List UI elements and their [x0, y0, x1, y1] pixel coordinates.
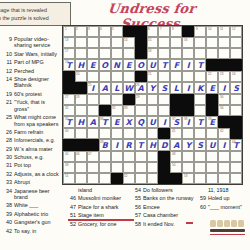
grid-cell[interactable]: 13	[63, 37, 75, 48]
grid-cell[interactable]: 49	[63, 162, 75, 173]
grid-cell[interactable]: 4	[99, 26, 111, 37]
grid-cell[interactable]: 22	[206, 71, 218, 82]
grid-cell[interactable]	[147, 105, 159, 116]
grid-cell	[206, 105, 218, 116]
clue-text: Do followers	[143, 187, 195, 193]
grid-cell[interactable]	[194, 105, 206, 116]
grid-cell[interactable]: T	[194, 116, 206, 128]
grid-cell[interactable]: 16	[182, 37, 194, 48]
grid-cell[interactable]: 46	[75, 151, 87, 162]
grid-cell[interactable]: D	[158, 139, 170, 151]
grid-cell[interactable]	[135, 151, 147, 162]
grid-cell[interactable]: 42	[218, 128, 230, 139]
clue-number: 10	[2, 51, 14, 57]
grid-cell[interactable]	[111, 128, 123, 139]
grid-cell[interactable]	[75, 105, 87, 116]
clue-item: 34Japanese beer brand	[2, 188, 61, 201]
grid-cell[interactable]: 2	[75, 26, 87, 37]
cell-number: 36	[100, 117, 103, 120]
grid-cell[interactable]	[218, 162, 230, 173]
grid-cell[interactable]	[99, 173, 111, 184]
grid-cell[interactable]	[158, 37, 170, 48]
grid-cell[interactable]: 52	[123, 173, 135, 184]
grid-cell[interactable]	[147, 162, 159, 173]
grid-cell[interactable]: H	[75, 116, 87, 128]
clue-item: 55Banks on the runway	[131, 195, 195, 201]
clue-item: 1960's protest	[2, 91, 61, 97]
grid-cell[interactable]: 26A	[135, 82, 147, 94]
cell-number: 50	[172, 163, 175, 166]
cell-number: 26	[136, 83, 139, 86]
cell-number: 45	[65, 152, 68, 155]
grid-cell[interactable]	[194, 162, 206, 173]
grid-cell[interactable]	[123, 128, 135, 139]
grid-cell[interactable]	[147, 151, 159, 162]
grid-cell[interactable]	[194, 151, 206, 162]
grid-cell[interactable]	[87, 105, 99, 116]
grid-cell[interactable]: 8	[170, 26, 182, 37]
grid-cell[interactable]	[123, 48, 135, 59]
clue-item: 51Stage item	[66, 212, 128, 218]
cell-number: 39	[208, 117, 211, 120]
grid-cell	[170, 173, 182, 184]
clue-item: 12Perched	[2, 68, 61, 74]
grid-cell[interactable]	[182, 71, 194, 82]
grid-cell[interactable]	[230, 151, 242, 162]
grid-cell[interactable]: 40	[63, 128, 75, 139]
grid-cell[interactable]	[123, 151, 135, 162]
filled-letter: I	[187, 83, 190, 93]
grid-cell	[182, 105, 194, 116]
grid-cell[interactable]: X	[123, 116, 135, 128]
clue-number: 25	[2, 114, 14, 127]
grid-cell[interactable]: H	[75, 59, 87, 71]
grid-cell[interactable]: 37S	[170, 116, 182, 128]
grid-cell[interactable]: L	[170, 82, 182, 94]
grid-cell[interactable]: 17	[63, 48, 75, 59]
grid-cell[interactable]	[111, 48, 123, 59]
filled-letter: E	[114, 117, 119, 127]
grid-cell[interactable]	[194, 128, 206, 139]
grid-cell	[170, 105, 182, 116]
grid-cell[interactable]: 32	[111, 105, 123, 116]
grid-cell[interactable]: H	[147, 139, 159, 151]
clue-text: "___ moment"	[208, 204, 250, 210]
clue-number: 55	[131, 195, 143, 201]
clue-item: island	[66, 187, 128, 193]
grid-cell[interactable]	[230, 162, 242, 173]
clue-list-left: 9Popular video-sharing service10Star War…	[2, 36, 61, 236]
grid-cell[interactable]	[158, 94, 170, 105]
grid-cell[interactable]: T	[158, 59, 170, 71]
grid-cell[interactable]	[99, 151, 111, 162]
grid-cell[interactable]	[182, 162, 194, 173]
grid-cell[interactable]	[158, 71, 170, 82]
grid-cell[interactable]	[147, 128, 159, 139]
grid-cell[interactable]	[87, 94, 99, 105]
grid-cell[interactable]	[87, 128, 99, 139]
clue-text: Abrupt	[14, 179, 61, 185]
grid-cell[interactable]	[158, 48, 170, 59]
cell-number: 16	[184, 38, 187, 41]
grid-cell[interactable]: 18	[147, 48, 159, 59]
grid-cell[interactable]	[206, 151, 218, 162]
clue-item: 54Do followers	[131, 187, 195, 193]
grid-cell[interactable]: 48	[170, 151, 182, 162]
grid-cell[interactable]	[194, 71, 206, 82]
grid-cell[interactable]: S	[158, 82, 170, 94]
grid-cell[interactable]: O	[99, 59, 111, 71]
grid-cell[interactable]: E	[87, 59, 99, 71]
cell-number: 42	[220, 129, 223, 132]
filled-letter: S	[197, 140, 203, 150]
grid-cell	[158, 128, 170, 139]
cell-number: 13	[65, 38, 68, 41]
clue-item: 39Alphabetic trio	[2, 211, 61, 217]
grid-cell[interactable]	[135, 162, 147, 173]
grid-cell[interactable]: 19T	[63, 59, 75, 71]
grid-cell[interactable]	[218, 37, 230, 48]
grid-cell	[135, 26, 147, 37]
grid-cell[interactable]: I	[111, 139, 123, 151]
grid-cell[interactable]: U	[147, 59, 159, 71]
filled-letter: Y	[185, 140, 191, 150]
grid-cell[interactable]	[135, 128, 147, 139]
grid-cell[interactable]: T	[194, 59, 206, 71]
cell-number: 44	[232, 140, 235, 143]
grid-cell[interactable]: Y	[147, 82, 159, 94]
filled-letter: E	[209, 83, 214, 93]
cell-number: 37	[172, 117, 175, 120]
cell-number: 41	[172, 129, 175, 132]
clue-number: 34	[2, 188, 14, 201]
filled-letter: A	[173, 140, 179, 150]
grid-cell[interactable]: U	[206, 139, 218, 151]
clue-text: "Yuck, that is gross"	[14, 99, 61, 112]
grid-cell[interactable]: R	[123, 139, 135, 151]
cell-number: 11	[220, 27, 223, 30]
clue-number: 57	[131, 212, 143, 218]
grid-cell[interactable]: 34	[218, 105, 230, 116]
grid-cell[interactable]	[230, 48, 242, 59]
grid-cell[interactable]: 38I	[182, 116, 194, 128]
grid-cell[interactable]: 41	[170, 128, 182, 139]
clue-text: island	[78, 187, 128, 193]
cell-number: 29	[136, 95, 139, 98]
grid-cell	[218, 59, 230, 71]
grid-cell[interactable]: L	[111, 82, 123, 94]
cell-number: 12	[232, 27, 235, 30]
clue-number: 59	[196, 195, 208, 201]
grid-cell[interactable]: 35T	[63, 116, 75, 128]
grid-cell[interactable]	[147, 94, 159, 105]
grid-cell[interactable]	[206, 37, 218, 48]
grid-cell[interactable]: 27	[63, 94, 75, 105]
grid-cell	[206, 59, 218, 71]
clue-number: 12	[2, 68, 14, 74]
grid-cell[interactable]: 39E	[206, 116, 218, 128]
clue-number: 38	[2, 202, 14, 208]
grid-cell[interactable]: T	[135, 139, 147, 151]
clue-item: 57Casa chamber	[131, 212, 195, 218]
grid-cell[interactable]	[87, 37, 99, 48]
clue-text: Banks on the runway	[143, 195, 195, 201]
filled-letter: L	[174, 83, 179, 93]
clue-number: 26	[2, 129, 14, 135]
clue-number: 31	[2, 162, 14, 168]
filled-letter: T	[162, 60, 167, 70]
grid-cell[interactable]: I	[218, 139, 230, 151]
filled-letter: D	[161, 140, 168, 150]
grid-cell[interactable]	[158, 105, 170, 116]
grid-cell	[63, 82, 75, 94]
grid-cell[interactable]: 24	[230, 71, 242, 82]
grid-cell[interactable]: O	[135, 59, 147, 71]
grid-cell[interactable]	[87, 71, 99, 82]
filled-letter: H	[78, 60, 85, 70]
grid-cell[interactable]	[123, 162, 135, 173]
cell-number: 35	[65, 117, 68, 120]
grid-cell[interactable]	[194, 94, 206, 105]
clue-number: 19	[2, 91, 14, 97]
grid-cell[interactable]: 28	[75, 94, 87, 105]
grid-cell[interactable]	[147, 173, 159, 184]
grid-cell[interactable]	[111, 71, 123, 82]
grid-cell[interactable]	[206, 162, 218, 173]
clue-text: 60's protest	[14, 91, 61, 97]
grid-cell[interactable]: F	[170, 59, 182, 71]
filled-letter: Q	[137, 117, 144, 127]
filled-letter: F	[174, 60, 179, 70]
grid-cell[interactable]	[218, 151, 230, 162]
grid-cell[interactable]: A	[170, 139, 182, 151]
clue-text: Schuss, e.g.	[14, 154, 61, 160]
grid-cell[interactable]: 47	[87, 151, 99, 162]
clue-item: 60"___ moment"	[196, 204, 250, 210]
grid-cell[interactable]: K	[194, 82, 206, 94]
grid-cell[interactable]	[194, 173, 206, 184]
grid-cell[interactable]: 31	[63, 105, 75, 116]
grid-cell[interactable]: Q	[135, 116, 147, 128]
grid-cell[interactable]	[206, 48, 218, 59]
grid-cell	[158, 162, 170, 173]
grid-cell[interactable]	[182, 48, 194, 59]
grid-cell[interactable]	[230, 94, 242, 105]
cell-number: 38	[184, 117, 187, 120]
grid-cell[interactable]	[111, 94, 123, 105]
clue-list-bottom-3: 11, 191859Holed up60"___ moment"	[196, 187, 250, 212]
grid-cell[interactable]: I	[218, 82, 230, 94]
filled-letter: O	[137, 60, 144, 70]
grid-cell[interactable]	[111, 37, 123, 48]
clue-item: 33Abrupt	[2, 179, 61, 185]
grid-cell[interactable]: 9	[194, 26, 206, 37]
grid-cell[interactable]: U	[147, 116, 159, 128]
grid-cell[interactable]	[99, 162, 111, 173]
grid-cell[interactable]: A	[99, 82, 111, 94]
cell-number: 40	[65, 129, 68, 132]
grid-cell[interactable]	[182, 128, 194, 139]
grid-cell[interactable]: 14	[123, 37, 135, 48]
grid-cell[interactable]: 29	[135, 94, 147, 105]
grid-cell[interactable]: 6	[147, 26, 159, 37]
clue-text: Gangster's gun	[14, 219, 61, 225]
grid-cell[interactable]: 53	[182, 173, 194, 184]
grid-cell[interactable]: 33	[123, 105, 135, 116]
grid-cell	[123, 94, 135, 105]
grid-cell[interactable]	[135, 105, 147, 116]
crossword-grid: 12345678910111213141516171819THEONEOUTFI…	[62, 25, 243, 185]
grid-cell[interactable]: I	[182, 82, 194, 94]
cell-number: 25	[88, 83, 91, 86]
grid-cell	[230, 116, 242, 128]
grid-cell[interactable]: 50	[170, 162, 182, 173]
clue-text: Adjusts, as a clock	[14, 171, 61, 177]
grid-cell[interactable]: I	[158, 116, 170, 128]
grid-cell[interactable]: 21	[147, 71, 159, 82]
clue-item: 42To say, in	[2, 228, 61, 234]
grid-cell[interactable]	[75, 173, 87, 184]
grid-cell[interactable]: E	[123, 59, 135, 71]
grid-cell	[123, 26, 135, 37]
grid-cell[interactable]	[87, 162, 99, 173]
grid-cell[interactable]: 43B	[99, 139, 111, 151]
cell-number: 22	[208, 72, 211, 75]
filled-letter: S	[233, 83, 239, 93]
cell-number: 14	[124, 38, 127, 41]
clue-number: 47	[66, 204, 78, 210]
grid-cell	[75, 82, 87, 94]
grid-cell[interactable]: 10	[206, 26, 218, 37]
grid-cell	[218, 116, 230, 128]
grid-cell[interactable]	[75, 37, 87, 48]
clue-item: 11, 1918	[196, 187, 250, 193]
grid-cell[interactable]	[87, 173, 99, 184]
grid-cell[interactable]: N	[111, 59, 123, 71]
grid-cell[interactable]: W	[123, 82, 135, 94]
grid-cell[interactable]	[194, 37, 206, 48]
grid-cell[interactable]: 15	[147, 37, 159, 48]
clue-number: 40	[2, 219, 14, 225]
grid-cell[interactable]	[99, 48, 111, 59]
grid-cell[interactable]	[123, 71, 135, 82]
grid-cell[interactable]: 1	[63, 26, 75, 37]
filled-letter: A	[102, 83, 108, 93]
filled-letter: L	[114, 83, 119, 93]
clue-item: 26Farm refrain	[2, 129, 61, 135]
grid-cell[interactable]	[111, 151, 123, 162]
grid-cell[interactable]	[99, 94, 111, 105]
grid-cell[interactable]: S	[194, 139, 206, 151]
grid-cell[interactable]: 51	[63, 173, 75, 184]
filled-letter: Y	[150, 83, 156, 93]
cell-number: 53	[184, 174, 187, 177]
clue-text: Shoe designer Blahnik	[14, 76, 61, 89]
clue-number: 42	[2, 228, 14, 234]
grid-cell[interactable]	[111, 162, 123, 173]
clue-item: 21"Yuck, that is gross"	[2, 99, 61, 112]
clue-item: 28Infomercials, e.g.	[2, 137, 61, 143]
grid-cell[interactable]	[170, 37, 182, 48]
grid-cell[interactable]: I	[182, 59, 194, 71]
grid-cell	[182, 26, 194, 37]
clue-number: 14	[2, 76, 14, 89]
filled-letter: U	[149, 60, 156, 70]
cell-number: 7	[160, 27, 162, 30]
clue-text: What might come from spa speakers	[14, 114, 61, 127]
grid-cell[interactable]	[75, 48, 87, 59]
grid-cell[interactable]: E	[111, 116, 123, 128]
grid-cell[interactable]	[206, 128, 218, 139]
grid-cell[interactable]	[87, 48, 99, 59]
grid-cell[interactable]	[170, 71, 182, 82]
grid-cell[interactable]	[182, 151, 194, 162]
grid-cell[interactable]: Y	[182, 139, 194, 151]
cell-number: 51	[65, 174, 68, 177]
publisher-logo-text	[210, 229, 245, 232]
grid-cell[interactable]	[99, 128, 111, 139]
grid-cell[interactable]	[99, 71, 111, 82]
grid-cell	[87, 139, 99, 151]
grid-cell[interactable]	[75, 162, 87, 173]
grid-cell[interactable]	[75, 128, 87, 139]
grid-cell[interactable]: 45	[63, 151, 75, 162]
grid-cell[interactable]	[99, 37, 111, 48]
clue-number: 54	[131, 187, 143, 193]
clue-text: Popular video-sharing service	[14, 36, 61, 49]
cell-number: 9	[196, 27, 198, 30]
grid-cell[interactable]	[218, 173, 230, 184]
grid-cell[interactable]	[230, 173, 242, 184]
grid-cell[interactable]: A	[87, 116, 99, 128]
grid-cell[interactable]: 23	[218, 71, 230, 82]
grid-cell[interactable]: 12	[230, 26, 242, 37]
grid-cell[interactable]: 36T	[99, 116, 111, 128]
clue-text: Part of MPG	[14, 59, 61, 65]
grid-cell[interactable]	[135, 173, 147, 184]
clue-number: 29	[2, 146, 14, 152]
grid-cell[interactable]	[230, 37, 242, 48]
grid-cell[interactable]: 7	[158, 26, 170, 37]
grid-cell[interactable]: 30	[218, 94, 230, 105]
grid-cell[interactable]	[194, 48, 206, 59]
grid-cell[interactable]: 44T	[230, 139, 242, 151]
note-line-2: n the puzzle is solved	[0, 14, 68, 22]
grid-cell[interactable]	[170, 48, 182, 59]
clue-number	[196, 187, 208, 193]
grid-cell[interactable]: 5	[111, 26, 123, 37]
grid-cell[interactable]	[230, 105, 242, 116]
grid-cell[interactable]: E	[206, 82, 218, 94]
clue-item: 47Place for a shark	[66, 204, 128, 210]
grid-cell[interactable]: 11	[218, 26, 230, 37]
cell-number: 23	[220, 72, 223, 75]
clue-number: 32	[2, 171, 14, 177]
cell-number: 21	[148, 72, 151, 75]
clue-item: 46Mussolini moniker	[66, 195, 128, 201]
grid-cell[interactable]	[206, 173, 218, 184]
grid-cell[interactable]: 20	[75, 71, 87, 82]
cell-number: 49	[65, 163, 68, 166]
clue-number: 21	[2, 99, 14, 112]
filled-letter: O	[101, 60, 108, 70]
grid-cell[interactable]: 25I	[87, 82, 99, 94]
grid-cell[interactable]: S	[230, 82, 242, 94]
logo-underline	[210, 234, 245, 235]
grid-cell[interactable]: 3	[87, 26, 99, 37]
grid-cell[interactable]	[218, 48, 230, 59]
clue-text: Emcee	[143, 204, 195, 210]
